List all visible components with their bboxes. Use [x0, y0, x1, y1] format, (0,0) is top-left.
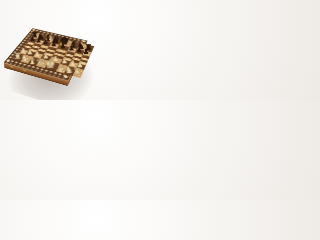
piece-white-king: ♚	[45, 58, 56, 70]
piece-black-pawn: ♟	[50, 42, 56, 49]
piece-black-pawn: ♟	[42, 40, 48, 47]
square-d7: ♟	[49, 43, 60, 49]
piece-black-pawn: ♟	[68, 46, 74, 53]
piece-white-rook: ♜	[73, 68, 81, 77]
brass-hinge-icon	[10, 66, 13, 69]
product-photo-scene: ♜♞♝♛♚♝♞♜♟♟♟♟♟♟♟♟♟♟♟♟♟♟♟♟♜♞♝♛♚♝♞♜	[0, 0, 100, 100]
brass-clasp-icon	[23, 69, 26, 72]
piece-black-pawn: ♟	[29, 36, 35, 42]
piece-white-bishop: ♝	[56, 63, 65, 73]
piece-black-pawn: ♟	[59, 44, 65, 51]
